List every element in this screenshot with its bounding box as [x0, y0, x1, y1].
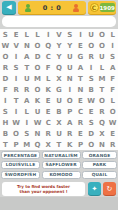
grid-cell-r10c11[interactable]: E: [107, 128, 118, 139]
grid-cell-r5c3[interactable]: U: [21, 73, 32, 84]
grid-cell-r11c11[interactable]: R: [107, 139, 118, 150]
grid-cell-r5c11[interactable]: F: [107, 73, 118, 84]
selected-word-display: [2, 16, 116, 27]
grid-cell-r7c9[interactable]: W: [86, 95, 97, 106]
grid-cell-r10c6[interactable]: U: [54, 128, 65, 139]
grid-cell-r1c6[interactable]: V: [54, 29, 65, 40]
grid-cell-r6c2[interactable]: R: [11, 84, 22, 95]
grid-cell-r5c7[interactable]: N: [64, 73, 75, 84]
grid-cell-r7c2[interactable]: T: [11, 95, 22, 106]
back-arrow-icon: ◀: [6, 1, 11, 14]
grid-cell-r2c2[interactable]: V: [11, 40, 22, 51]
grid-cell-r3c11[interactable]: S: [107, 51, 118, 62]
grid-cell-r11c3[interactable]: M: [21, 139, 32, 150]
grid-cell-r3c6[interactable]: Y: [54, 51, 65, 62]
grid-cell-r6c5[interactable]: K: [43, 84, 54, 95]
grid-cell-r10c1[interactable]: B: [0, 128, 11, 139]
grid-cell-r9c5[interactable]: C: [43, 117, 54, 128]
grid-cell-r7c3[interactable]: A: [21, 95, 32, 106]
grid-cell-r3c3[interactable]: A: [21, 51, 32, 62]
word-chip-orange: ORANGE: [82, 151, 117, 159]
word-chip-safflower: SAFFLOWER: [42, 161, 81, 169]
grid-cell-r11c2[interactable]: P: [11, 139, 22, 150]
grid-cell-r7c6[interactable]: U: [54, 95, 65, 106]
grid-cell-r10c7[interactable]: R: [64, 128, 75, 139]
grid-cell-r7c8[interactable]: E: [75, 95, 86, 106]
grid-cell-r4c4[interactable]: O: [32, 62, 43, 73]
hint-message-box: Try to find words faster than your oppon…: [2, 182, 85, 196]
grid-cell-r2c1[interactable]: W: [0, 40, 11, 51]
grid-cell-r9c11[interactable]: W: [107, 117, 118, 128]
grid-cell-r9c9[interactable]: S: [86, 117, 97, 128]
grid-cell-r1c5[interactable]: I: [43, 29, 54, 40]
grid-cell-r11c8[interactable]: P: [75, 139, 86, 150]
word-chip-swordfish: SWORDFISH: [1, 171, 40, 179]
grid-cell-r3c2[interactable]: I: [11, 51, 22, 62]
grid-cell-r8c5[interactable]: E: [43, 106, 54, 117]
grid-cell-r6c6[interactable]: G: [54, 84, 65, 95]
shuffle-icon: ↻: [107, 185, 113, 193]
opponent-avatar-icon: [73, 4, 79, 12]
grid-cell-r5c6[interactable]: X: [54, 73, 65, 84]
coin-icon: C: [90, 3, 99, 12]
grid-cell-r2c10[interactable]: O: [97, 40, 108, 51]
grid-cell-r7c11[interactable]: L: [107, 95, 118, 106]
grid-cell-r2c9[interactable]: O: [86, 40, 97, 51]
grid-cell-r11c6[interactable]: T: [54, 139, 65, 150]
grid-cell-r7c10[interactable]: O: [97, 95, 108, 106]
grid-cell-r2c8[interactable]: E: [75, 40, 86, 51]
grid-cell-r2c7[interactable]: Y: [64, 40, 75, 51]
coin-count: 1909: [100, 3, 115, 12]
grid-cell-r4c11[interactable]: A: [107, 62, 118, 73]
grid-cell-r1c8[interactable]: I: [75, 29, 86, 40]
grid-cell-r3c1[interactable]: O: [0, 51, 11, 62]
grid-cell-r8c10[interactable]: R: [97, 106, 108, 117]
grid-cell-r10c2[interactable]: O: [11, 128, 22, 139]
grid-cell-r10c9[interactable]: D: [86, 128, 97, 139]
score-panel: 0 : 0: [18, 1, 86, 14]
grid-cell-r10c10[interactable]: X: [97, 128, 108, 139]
grid-cell-r8c3[interactable]: L: [21, 106, 32, 117]
grid-cell-r9c8[interactable]: R: [75, 117, 86, 128]
grid-cell-r9c1[interactable]: H: [0, 117, 11, 128]
grid-cell-r1c2[interactable]: E: [11, 29, 22, 40]
grid-cell-r5c10[interactable]: M: [97, 73, 108, 84]
grid-cell-r1c7[interactable]: S: [64, 29, 75, 40]
grid-cell-r8c4[interactable]: U: [32, 106, 43, 117]
word-chip-percentage: PERCENTAGE: [1, 151, 40, 159]
grid-cell-r4c3[interactable]: T: [21, 62, 32, 73]
hint-button[interactable]: ✦: [88, 182, 101, 195]
coin-balance-badge[interactable]: C 1909: [88, 1, 116, 14]
grid-cell-r6c9[interactable]: B: [86, 84, 97, 95]
grid-cell-r9c2[interactable]: W: [11, 117, 22, 128]
grid-cell-r2c5[interactable]: Q: [43, 40, 54, 51]
grid-cell-r9c10[interactable]: Q: [97, 117, 108, 128]
grid-cell-r9c4[interactable]: W: [32, 117, 43, 128]
word-chip-louisville: LOUISVILLE: [1, 161, 40, 169]
grid-cell-r6c8[interactable]: N: [75, 84, 86, 95]
grid-cell-r11c7[interactable]: K: [64, 139, 75, 150]
grid-cell-r2c11[interactable]: I: [107, 40, 118, 51]
grid-cell-r11c9[interactable]: O: [86, 139, 97, 150]
grid-cell-r4c9[interactable]: I: [86, 62, 97, 73]
grid-cell-r3c7[interactable]: U: [64, 51, 75, 62]
grid-cell-r7c5[interactable]: E: [43, 95, 54, 106]
grid-cell-r3c5[interactable]: C: [43, 51, 54, 62]
grid-cell-r8c2[interactable]: I: [11, 106, 22, 117]
grid-cell-r2c4[interactable]: O: [32, 40, 43, 51]
grid-cell-r11c1[interactable]: T: [0, 139, 11, 150]
grid-cell-r8c11[interactable]: O: [107, 106, 118, 117]
letter-grid: SELLIVSIUOLWVNOQYYEOOIOIADCYUGRUSRSTOFQU…: [0, 29, 118, 150]
grid-cell-r1c4[interactable]: L: [32, 29, 43, 40]
grid-cell-r3c9[interactable]: R: [86, 51, 97, 62]
grid-cell-r1c9[interactable]: U: [86, 29, 97, 40]
grid-cell-r1c11[interactable]: L: [107, 29, 118, 40]
grid-cell-r4c8[interactable]: A: [75, 62, 86, 73]
bottom-banner-area: [0, 197, 118, 210]
grid-cell-r10c3[interactable]: S: [21, 128, 32, 139]
grid-cell-r4c7[interactable]: U: [64, 62, 75, 73]
grid-cell-r8c7[interactable]: P: [64, 106, 75, 117]
grid-cell-r8c9[interactable]: E: [86, 106, 97, 117]
grid-cell-r8c6[interactable]: B: [54, 106, 65, 117]
grid-cell-r9c3[interactable]: I: [21, 117, 32, 128]
grid-cell-r6c4[interactable]: O: [32, 84, 43, 95]
grid-cell-r10c4[interactable]: N: [32, 128, 43, 139]
grid-cell-r8c8[interactable]: C: [75, 106, 86, 117]
grid-cell-r4c10[interactable]: L: [97, 62, 108, 73]
grid-cell-r11c10[interactable]: N: [97, 139, 108, 150]
grid-cell-r3c4[interactable]: D: [32, 51, 43, 62]
grid-cell-r6c7[interactable]: I: [64, 84, 75, 95]
grid-cell-r9c7[interactable]: A: [64, 117, 75, 128]
grid-cell-r8c1[interactable]: S: [0, 106, 11, 117]
back-button[interactable]: ◀: [2, 1, 16, 14]
grid-cell-r7c7[interactable]: O: [64, 95, 75, 106]
grid-cell-r3c8[interactable]: G: [75, 51, 86, 62]
word-list: PERCENTAGENATURALISMORANGELOUISVILLESAFF…: [1, 151, 117, 179]
grid-cell-r6c3[interactable]: R: [21, 84, 32, 95]
grid-cell-r6c10[interactable]: T: [97, 84, 108, 95]
grid-cell-r1c1[interactable]: S: [0, 29, 11, 40]
grid-cell-r5c5[interactable]: L: [43, 73, 54, 84]
score-display: 0 : 0: [43, 4, 62, 12]
word-chip-quail: QUAIL: [82, 171, 117, 179]
word-chip-park: PARK: [82, 161, 117, 169]
grid-cell-r11c5[interactable]: X: [43, 139, 54, 150]
word-chip-naturalism: NATURALISM: [42, 151, 81, 159]
grid-cell-r4c6[interactable]: Q: [54, 62, 65, 73]
grid-cell-r3c10[interactable]: U: [97, 51, 108, 62]
grid-cell-r5c8[interactable]: T: [75, 73, 86, 84]
grid-cell-r9c6[interactable]: X: [54, 117, 65, 128]
grid-cell-r1c10[interactable]: O: [97, 29, 108, 40]
grid-cell-r7c4[interactable]: K: [32, 95, 43, 106]
grid-cell-r4c1[interactable]: R: [0, 62, 11, 73]
grid-cell-r1c3[interactable]: L: [21, 29, 32, 40]
word-chip-komodo: KOMODO: [42, 171, 81, 179]
grid-cell-r10c8[interactable]: E: [75, 128, 86, 139]
grid-cell-r5c4[interactable]: M: [32, 73, 43, 84]
grid-cell-r6c11[interactable]: F: [107, 84, 118, 95]
grid-cell-r5c1[interactable]: D: [0, 73, 11, 84]
grid-cell-r4c2[interactable]: S: [11, 62, 22, 73]
grid-cell-r10c5[interactable]: R: [43, 128, 54, 139]
grid-cell-r5c9[interactable]: S: [86, 73, 97, 84]
grid-cell-r4c5[interactable]: F: [43, 62, 54, 73]
hint-text-line2: than your opponent !: [19, 189, 67, 194]
shuffle-button[interactable]: ↻: [103, 182, 116, 195]
grid-cell-r6c1[interactable]: F: [0, 84, 11, 95]
hint-icon: ✦: [92, 185, 98, 193]
grid-cell-r5c2[interactable]: I: [11, 73, 22, 84]
grid-cell-r7c1[interactable]: I: [0, 95, 11, 106]
grid-cell-r11c4[interactable]: Q: [32, 139, 43, 150]
grid-cell-r2c6[interactable]: Y: [54, 40, 65, 51]
grid-cell-r2c3[interactable]: N: [21, 40, 32, 51]
player-avatar-icon: [25, 4, 31, 12]
